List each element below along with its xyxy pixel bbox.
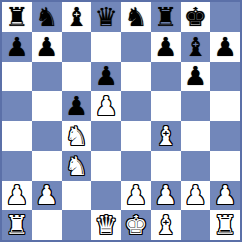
square-c7[interactable] (62, 32, 92, 62)
square-b2[interactable]: ♟ (32, 181, 62, 211)
square-c1[interactable] (62, 210, 92, 240)
piece-black-king[interactable]: ♚ (184, 4, 207, 30)
piece-white-pawn[interactable]: ♟ (94, 93, 117, 119)
piece-black-pawn[interactable]: ♟ (5, 34, 28, 60)
square-b7[interactable]: ♟ (32, 32, 62, 62)
square-d7[interactable] (91, 32, 121, 62)
square-a4[interactable] (2, 121, 32, 151)
square-g4[interactable] (181, 121, 211, 151)
piece-black-bishop[interactable]: ♝ (184, 34, 207, 60)
square-h2[interactable]: ♟ (210, 181, 240, 211)
piece-white-rook[interactable]: ♜ (5, 212, 28, 238)
piece-black-queen[interactable]: ♛ (94, 4, 117, 30)
piece-white-bishop[interactable]: ♝ (154, 212, 177, 238)
square-f4[interactable]: ♝ (151, 121, 181, 151)
piece-white-knight[interactable]: ♞ (65, 153, 88, 179)
square-h6[interactable] (210, 62, 240, 92)
square-a6[interactable] (2, 62, 32, 92)
chess-app: ♜♞♝♛♞♜♚♟♟♟♝♟♟♟♟♟♞♝♞♟♟♟♟♟♟♜♛♚♝♜ (0, 0, 242, 242)
square-b6[interactable] (32, 62, 62, 92)
square-g6[interactable]: ♟ (181, 62, 211, 92)
piece-white-bishop[interactable]: ♝ (154, 123, 177, 149)
square-b8[interactable]: ♞ (32, 2, 62, 32)
square-a7[interactable]: ♟ (2, 32, 32, 62)
piece-white-king[interactable]: ♚ (124, 212, 147, 238)
square-d3[interactable] (91, 151, 121, 181)
square-c5[interactable]: ♟ (62, 91, 92, 121)
square-e1[interactable]: ♚ (121, 210, 151, 240)
piece-white-pawn[interactable]: ♟ (213, 182, 236, 208)
piece-black-rook[interactable]: ♜ (154, 4, 177, 30)
square-b3[interactable] (32, 151, 62, 181)
square-f6[interactable] (151, 62, 181, 92)
square-c4[interactable]: ♞ (62, 121, 92, 151)
square-a8[interactable]: ♜ (2, 2, 32, 32)
square-c2[interactable] (62, 181, 92, 211)
piece-black-pawn[interactable]: ♟ (94, 63, 117, 89)
square-h8[interactable] (210, 2, 240, 32)
square-h1[interactable]: ♜ (210, 210, 240, 240)
piece-black-rook[interactable]: ♜ (5, 4, 28, 30)
square-c6[interactable] (62, 62, 92, 92)
piece-white-pawn[interactable]: ♟ (154, 182, 177, 208)
square-a2[interactable]: ♟ (2, 181, 32, 211)
square-e3[interactable] (121, 151, 151, 181)
square-c8[interactable]: ♝ (62, 2, 92, 32)
square-d1[interactable]: ♛ (91, 210, 121, 240)
square-e4[interactable] (121, 121, 151, 151)
square-e5[interactable] (121, 91, 151, 121)
piece-white-rook[interactable]: ♜ (213, 212, 236, 238)
square-d2[interactable] (91, 181, 121, 211)
square-b1[interactable] (32, 210, 62, 240)
piece-white-pawn[interactable]: ♟ (124, 182, 147, 208)
piece-black-knight[interactable]: ♞ (124, 4, 147, 30)
square-c3[interactable]: ♞ (62, 151, 92, 181)
piece-white-pawn[interactable]: ♟ (184, 182, 207, 208)
square-g2[interactable]: ♟ (181, 181, 211, 211)
square-d6[interactable]: ♟ (91, 62, 121, 92)
piece-black-bishop[interactable]: ♝ (65, 4, 88, 30)
piece-black-pawn[interactable]: ♟ (65, 93, 88, 119)
piece-black-pawn[interactable]: ♟ (213, 34, 236, 60)
square-f1[interactable]: ♝ (151, 210, 181, 240)
square-e7[interactable] (121, 32, 151, 62)
square-g7[interactable]: ♝ (181, 32, 211, 62)
square-g1[interactable] (181, 210, 211, 240)
chess-board: ♜♞♝♛♞♜♚♟♟♟♝♟♟♟♟♟♞♝♞♟♟♟♟♟♟♜♛♚♝♜ (0, 0, 242, 242)
square-g8[interactable]: ♚ (181, 2, 211, 32)
piece-white-pawn[interactable]: ♟ (35, 182, 58, 208)
square-b4[interactable] (32, 121, 62, 151)
square-a3[interactable] (2, 151, 32, 181)
piece-black-pawn[interactable]: ♟ (184, 63, 207, 89)
square-d4[interactable] (91, 121, 121, 151)
square-b5[interactable] (32, 91, 62, 121)
square-h4[interactable] (210, 121, 240, 151)
square-a5[interactable] (2, 91, 32, 121)
square-g3[interactable] (181, 151, 211, 181)
square-f5[interactable] (151, 91, 181, 121)
square-h3[interactable] (210, 151, 240, 181)
piece-black-pawn[interactable]: ♟ (154, 34, 177, 60)
piece-black-knight[interactable]: ♞ (35, 4, 58, 30)
square-h7[interactable]: ♟ (210, 32, 240, 62)
square-h5[interactable] (210, 91, 240, 121)
square-a1[interactable]: ♜ (2, 210, 32, 240)
piece-white-knight[interactable]: ♞ (65, 123, 88, 149)
piece-white-queen[interactable]: ♛ (94, 212, 117, 238)
square-f2[interactable]: ♟ (151, 181, 181, 211)
square-e2[interactable]: ♟ (121, 181, 151, 211)
square-f8[interactable]: ♜ (151, 2, 181, 32)
square-f7[interactable]: ♟ (151, 32, 181, 62)
piece-white-pawn[interactable]: ♟ (5, 182, 28, 208)
square-d5[interactable]: ♟ (91, 91, 121, 121)
square-e8[interactable]: ♞ (121, 2, 151, 32)
square-e6[interactable] (121, 62, 151, 92)
square-d8[interactable]: ♛ (91, 2, 121, 32)
square-g5[interactable] (181, 91, 211, 121)
square-f3[interactable] (151, 151, 181, 181)
piece-black-pawn[interactable]: ♟ (35, 34, 58, 60)
